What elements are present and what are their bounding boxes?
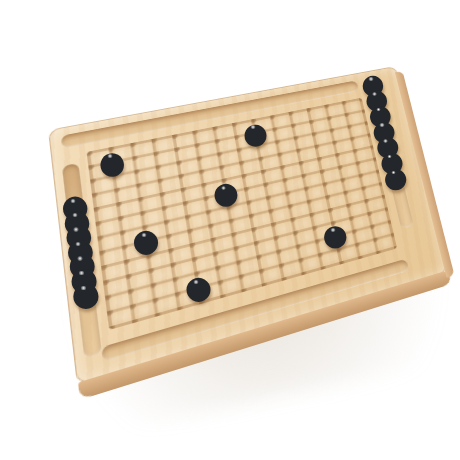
black-marble[interactable]: ●: [215, 183, 236, 204]
black-marble[interactable]: ●: [187, 277, 209, 299]
black-marble[interactable]: ●: [101, 151, 123, 173]
black-marble[interactable]: ●: [135, 230, 157, 252]
scene: ●●●●●●●●●●●●●●●●●●●●: [0, 0, 460, 460]
black-marble[interactable]: ●: [325, 226, 346, 247]
marble-glyph: ●: [323, 221, 349, 250]
marble-glyph: ●: [383, 164, 407, 192]
marble-glyph: ●: [132, 225, 160, 257]
black-marble[interactable]: ●: [386, 168, 406, 188]
marble-glyph: ●: [71, 278, 100, 311]
tray-top: [61, 80, 359, 148]
marble-glyph: ●: [99, 147, 126, 178]
marble-glyph: ●: [185, 272, 213, 304]
marble-glyph: ●: [243, 119, 268, 148]
black-marble[interactable]: ●: [245, 123, 265, 143]
marble-glyph: ●: [213, 178, 239, 208]
black-marble[interactable]: ●: [74, 283, 97, 306]
